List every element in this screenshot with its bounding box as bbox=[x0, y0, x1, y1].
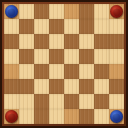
board-square[interactable] bbox=[19, 4, 34, 19]
checker-piece-blue[interactable]: ● bbox=[110, 110, 123, 123]
board-square[interactable] bbox=[94, 79, 109, 94]
board-square[interactable] bbox=[64, 34, 79, 49]
board-square[interactable] bbox=[4, 64, 19, 79]
board-square[interactable] bbox=[34, 49, 49, 64]
board-square[interactable] bbox=[79, 94, 94, 109]
board-square[interactable] bbox=[19, 64, 34, 79]
board-frame: ●●●● bbox=[0, 0, 128, 128]
board-square[interactable] bbox=[34, 64, 49, 79]
board-square[interactable] bbox=[94, 19, 109, 34]
board-square[interactable] bbox=[49, 19, 64, 34]
board-square[interactable] bbox=[34, 109, 49, 124]
board-square[interactable] bbox=[64, 79, 79, 94]
board-square[interactable] bbox=[34, 19, 49, 34]
board-square[interactable] bbox=[64, 19, 79, 34]
board-square[interactable] bbox=[94, 49, 109, 64]
board-square[interactable] bbox=[79, 49, 94, 64]
checker-piece-blue[interactable]: ● bbox=[5, 5, 18, 18]
board-square[interactable] bbox=[19, 79, 34, 94]
checkers-board: ●●●● bbox=[4, 4, 124, 124]
board-square[interactable] bbox=[19, 19, 34, 34]
board-square[interactable] bbox=[34, 4, 49, 19]
board-square[interactable] bbox=[49, 49, 64, 64]
board-square[interactable] bbox=[4, 49, 19, 64]
board-square[interactable] bbox=[109, 19, 124, 34]
board-square[interactable] bbox=[94, 4, 109, 19]
board-square[interactable] bbox=[64, 109, 79, 124]
board-square[interactable] bbox=[49, 34, 64, 49]
board-square[interactable] bbox=[94, 34, 109, 49]
board-square[interactable] bbox=[109, 64, 124, 79]
board-square[interactable] bbox=[64, 49, 79, 64]
board-square[interactable] bbox=[79, 34, 94, 49]
board-square[interactable] bbox=[109, 49, 124, 64]
board-square[interactable] bbox=[19, 34, 34, 49]
board-square[interactable]: ● bbox=[109, 109, 124, 124]
board-square[interactable]: ● bbox=[4, 4, 19, 19]
board-square[interactable] bbox=[34, 94, 49, 109]
board-square[interactable] bbox=[79, 19, 94, 34]
board-square[interactable] bbox=[79, 4, 94, 19]
board-square[interactable] bbox=[4, 34, 19, 49]
board-square[interactable] bbox=[49, 109, 64, 124]
board-square[interactable] bbox=[79, 109, 94, 124]
checker-piece-red[interactable]: ● bbox=[110, 5, 123, 18]
board-square[interactable] bbox=[34, 79, 49, 94]
board-square[interactable] bbox=[19, 94, 34, 109]
board-square[interactable] bbox=[4, 79, 19, 94]
board-square[interactable]: ● bbox=[109, 4, 124, 19]
board-square[interactable] bbox=[94, 94, 109, 109]
board-square[interactable] bbox=[79, 79, 94, 94]
board-square[interactable] bbox=[4, 19, 19, 34]
board-square[interactable] bbox=[94, 64, 109, 79]
board-square[interactable] bbox=[79, 64, 94, 79]
board-square[interactable] bbox=[109, 79, 124, 94]
board-square[interactable] bbox=[109, 94, 124, 109]
board-square[interactable] bbox=[19, 49, 34, 64]
board-square[interactable] bbox=[19, 109, 34, 124]
board-square[interactable] bbox=[109, 34, 124, 49]
board-square[interactable] bbox=[64, 94, 79, 109]
checker-piece-red[interactable]: ● bbox=[5, 110, 18, 123]
board-square[interactable] bbox=[4, 94, 19, 109]
board-square[interactable] bbox=[49, 94, 64, 109]
board-square[interactable] bbox=[34, 34, 49, 49]
board-square[interactable] bbox=[64, 64, 79, 79]
board-square[interactable] bbox=[64, 4, 79, 19]
board-square[interactable] bbox=[49, 79, 64, 94]
board-square[interactable] bbox=[49, 64, 64, 79]
board-square[interactable] bbox=[49, 4, 64, 19]
board-square[interactable]: ● bbox=[4, 109, 19, 124]
board-square[interactable] bbox=[94, 109, 109, 124]
